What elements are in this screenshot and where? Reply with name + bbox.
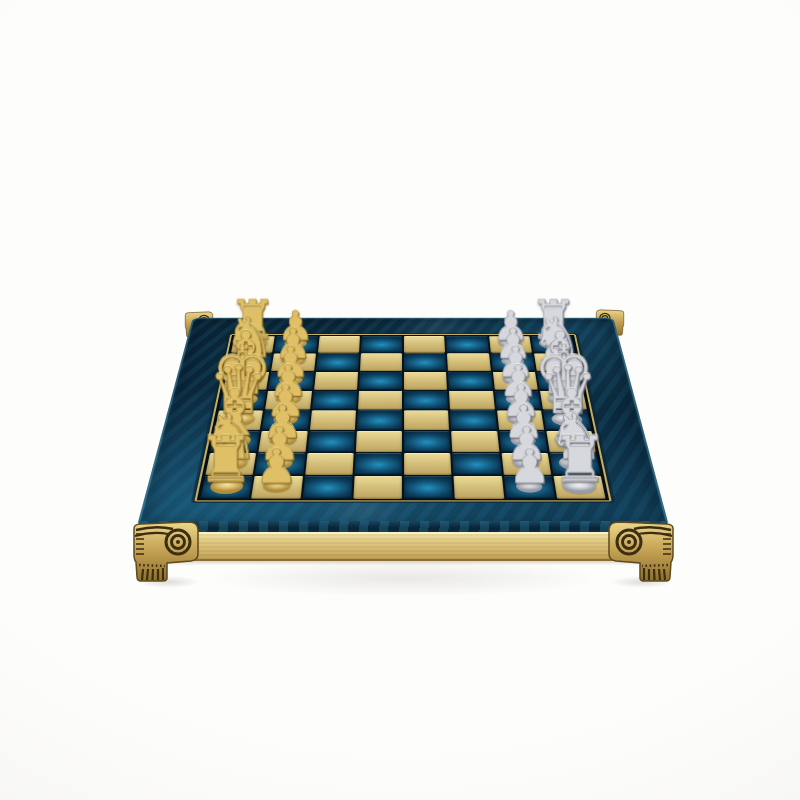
square-h5 — [404, 336, 445, 353]
square-d4 — [357, 410, 402, 430]
square-f5 — [404, 372, 447, 390]
square-d5 — [404, 410, 449, 430]
square-h6 — [446, 336, 488, 353]
square-a8: ♜ — [553, 476, 605, 499]
blue-enamel-surface: ♜♟♟♜♞♟♟♞♝♟♟♝♚♟♟♚♛♟♟♛♝♟♟♝♞♟♟♞♜♟♟♜ — [137, 318, 669, 527]
gold-rook: ♜ — [198, 428, 255, 491]
square-g4 — [360, 354, 402, 371]
square-a6 — [454, 476, 504, 499]
ionic-scroll-foot-icon — [131, 520, 201, 584]
front-right-foot — [606, 520, 676, 584]
square-e3 — [312, 391, 357, 410]
square-e4 — [358, 391, 402, 410]
square-a5 — [404, 476, 453, 499]
square-b6 — [453, 453, 502, 475]
silver-pawn: ♟ — [508, 442, 551, 490]
square-g3 — [316, 354, 359, 371]
square-a3 — [302, 476, 352, 499]
board-grid: ♜♟♟♜♞♟♟♞♝♟♟♝♚♟♟♚♛♟♟♛♝♟♟♝♞♟♟♞♜♟♟♜ — [194, 334, 611, 501]
square-d6 — [450, 410, 496, 430]
square-f3 — [314, 372, 358, 390]
square-b5 — [404, 453, 452, 475]
chess-set-product-photo: ♜♟♟♜♞♟♟♞♝♟♟♝♚♟♟♚♛♟♟♛♝♟♟♝♞♟♟♞♜♟♟♜ — [0, 0, 800, 800]
front-left-foot — [131, 520, 201, 584]
square-a4 — [353, 476, 402, 499]
board-perspective-wrapper: ♜♟♟♜♞♟♟♞♝♟♟♝♚♟♟♚♛♟♟♛♝♟♟♝♞♟♟♞♜♟♟♜ — [168, 175, 638, 645]
square-c6 — [451, 431, 498, 452]
square-b4 — [354, 453, 402, 475]
square-h3 — [317, 336, 359, 353]
square-c3 — [307, 431, 354, 452]
square-g6 — [447, 354, 490, 371]
square-f6 — [448, 372, 492, 390]
gold-pawn: ♟ — [255, 442, 298, 490]
chess-board: ♜♟♟♜♞♟♟♞♝♟♟♝♚♟♟♚♛♟♟♛♝♟♟♝♞♟♟♞♜♟♟♜ — [137, 318, 669, 527]
square-e5 — [404, 391, 448, 410]
square-e6 — [449, 391, 494, 410]
square-b3 — [305, 453, 354, 475]
ionic-scroll-foot-icon — [606, 520, 676, 584]
silver-rook: ♜ — [551, 428, 608, 491]
square-a1: ♜ — [200, 476, 252, 499]
square-c5 — [404, 431, 450, 452]
square-d3 — [309, 410, 355, 430]
square-a7: ♟ — [504, 476, 555, 499]
square-g5 — [404, 354, 446, 371]
square-f4 — [359, 372, 402, 390]
square-h4 — [361, 336, 402, 353]
square-a2: ♟ — [251, 476, 302, 499]
brass-base-apron — [146, 532, 660, 561]
square-c4 — [356, 431, 402, 452]
